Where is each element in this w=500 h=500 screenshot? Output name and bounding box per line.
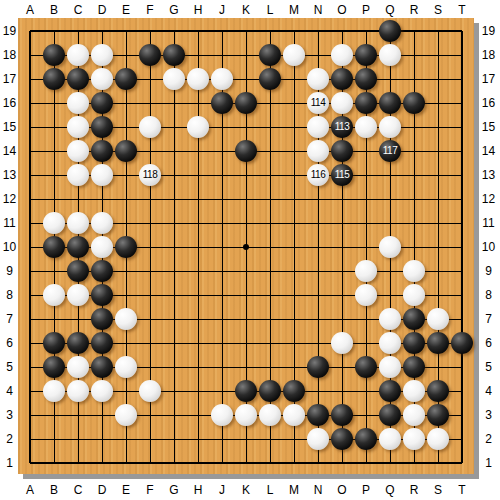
board-point-B4[interactable] [42, 379, 66, 403]
board-point-F12[interactable] [138, 187, 162, 211]
board-point-J14[interactable] [210, 139, 234, 163]
board-point-Q13[interactable] [378, 163, 402, 187]
board-point-L19[interactable] [258, 19, 282, 43]
board-point-M3[interactable] [282, 403, 306, 427]
board-point-J19[interactable] [210, 19, 234, 43]
board-point-L18[interactable] [258, 43, 282, 67]
board-point-F16[interactable] [138, 91, 162, 115]
board-point-D8[interactable] [90, 283, 114, 307]
board-point-E4[interactable] [114, 379, 138, 403]
board-point-P16[interactable] [354, 91, 378, 115]
board-point-C14[interactable] [66, 139, 90, 163]
board-point-T11[interactable] [450, 211, 474, 235]
board-point-G12[interactable] [162, 187, 186, 211]
board-point-G13[interactable] [162, 163, 186, 187]
board-point-B1[interactable] [42, 451, 66, 475]
board-point-T2[interactable] [450, 427, 474, 451]
board-point-E1[interactable] [114, 451, 138, 475]
board-point-N3[interactable] [306, 403, 330, 427]
board-point-S10[interactable] [426, 235, 450, 259]
board-point-O17[interactable] [330, 67, 354, 91]
board-point-E2[interactable] [114, 427, 138, 451]
board-point-B8[interactable] [42, 283, 66, 307]
board-point-H3[interactable] [186, 403, 210, 427]
board-point-N19[interactable] [306, 19, 330, 43]
board-point-N5[interactable] [306, 355, 330, 379]
board-point-P13[interactable] [354, 163, 378, 187]
board-point-D7[interactable] [90, 307, 114, 331]
board-point-E11[interactable] [114, 211, 138, 235]
board-point-G7[interactable] [162, 307, 186, 331]
board-point-Q9[interactable] [378, 259, 402, 283]
board-point-D16[interactable] [90, 91, 114, 115]
board-point-O7[interactable] [330, 307, 354, 331]
board-point-Q7[interactable] [378, 307, 402, 331]
board-point-H9[interactable] [186, 259, 210, 283]
board-point-L8[interactable] [258, 283, 282, 307]
board-point-P7[interactable] [354, 307, 378, 331]
board-point-K11[interactable] [234, 211, 258, 235]
board-point-E12[interactable] [114, 187, 138, 211]
board-point-E3[interactable] [114, 403, 138, 427]
board-point-E16[interactable] [114, 91, 138, 115]
board-point-K13[interactable] [234, 163, 258, 187]
board-point-R9[interactable] [402, 259, 426, 283]
board-point-G14[interactable] [162, 139, 186, 163]
board-point-M7[interactable] [282, 307, 306, 331]
board-point-F1[interactable] [138, 451, 162, 475]
board-point-L10[interactable] [258, 235, 282, 259]
board-point-T19[interactable] [450, 19, 474, 43]
board-point-L6[interactable] [258, 331, 282, 355]
board-point-J9[interactable] [210, 259, 234, 283]
board-point-K14[interactable] [234, 139, 258, 163]
board-point-B7[interactable] [42, 307, 66, 331]
board-point-A11[interactable] [18, 211, 42, 235]
board-point-R3[interactable] [402, 403, 426, 427]
board-point-O3[interactable] [330, 403, 354, 427]
board-point-A2[interactable] [18, 427, 42, 451]
board-point-P8[interactable] [354, 283, 378, 307]
board-point-M16[interactable] [282, 91, 306, 115]
board-point-D4[interactable] [90, 379, 114, 403]
board-point-F3[interactable] [138, 403, 162, 427]
board-point-L11[interactable] [258, 211, 282, 235]
board-point-H17[interactable] [186, 67, 210, 91]
board-point-P19[interactable] [354, 19, 378, 43]
board-point-O13[interactable]: 115 [330, 163, 354, 187]
board-point-N12[interactable] [306, 187, 330, 211]
board-point-T6[interactable] [450, 331, 474, 355]
board-point-S2[interactable] [426, 427, 450, 451]
board-point-E15[interactable] [114, 115, 138, 139]
board-point-A1[interactable] [18, 451, 42, 475]
board-point-M14[interactable] [282, 139, 306, 163]
board-point-H11[interactable] [186, 211, 210, 235]
board-point-J5[interactable] [210, 355, 234, 379]
board-point-E14[interactable] [114, 139, 138, 163]
board-point-O5[interactable] [330, 355, 354, 379]
board-point-T15[interactable] [450, 115, 474, 139]
board-point-S19[interactable] [426, 19, 450, 43]
board-point-G17[interactable] [162, 67, 186, 91]
board-point-N16[interactable]: 114 [306, 91, 330, 115]
board-point-J6[interactable] [210, 331, 234, 355]
board-point-N8[interactable] [306, 283, 330, 307]
board-point-K2[interactable] [234, 427, 258, 451]
board-point-H4[interactable] [186, 379, 210, 403]
board-point-S5[interactable] [426, 355, 450, 379]
board-point-L12[interactable] [258, 187, 282, 211]
board-point-D12[interactable] [90, 187, 114, 211]
board-point-K4[interactable] [234, 379, 258, 403]
board-point-C15[interactable] [66, 115, 90, 139]
board-point-O15[interactable]: 113 [330, 115, 354, 139]
board-point-P18[interactable] [354, 43, 378, 67]
board-point-D15[interactable] [90, 115, 114, 139]
board-point-H16[interactable] [186, 91, 210, 115]
board-point-M1[interactable] [282, 451, 306, 475]
board-point-R11[interactable] [402, 211, 426, 235]
board-point-D17[interactable] [90, 67, 114, 91]
board-point-B10[interactable] [42, 235, 66, 259]
board-point-F17[interactable] [138, 67, 162, 91]
board-point-T12[interactable] [450, 187, 474, 211]
board-point-R14[interactable] [402, 139, 426, 163]
board-point-N15[interactable] [306, 115, 330, 139]
board-point-J3[interactable] [210, 403, 234, 427]
board-point-J4[interactable] [210, 379, 234, 403]
board-point-S9[interactable] [426, 259, 450, 283]
board-point-G2[interactable] [162, 427, 186, 451]
board-point-C19[interactable] [66, 19, 90, 43]
board-point-S11[interactable] [426, 211, 450, 235]
board-point-A10[interactable] [18, 235, 42, 259]
board-point-M5[interactable] [282, 355, 306, 379]
board-point-N18[interactable] [306, 43, 330, 67]
board-point-R12[interactable] [402, 187, 426, 211]
board-point-Q11[interactable] [378, 211, 402, 235]
board-point-F19[interactable] [138, 19, 162, 43]
board-point-O18[interactable] [330, 43, 354, 67]
board-point-C2[interactable] [66, 427, 90, 451]
board-point-Q2[interactable] [378, 427, 402, 451]
board-point-A8[interactable] [18, 283, 42, 307]
board-point-J2[interactable] [210, 427, 234, 451]
board-point-N13[interactable]: 116 [306, 163, 330, 187]
board-point-F9[interactable] [138, 259, 162, 283]
board-point-M13[interactable] [282, 163, 306, 187]
board-point-D14[interactable] [90, 139, 114, 163]
board-point-T16[interactable] [450, 91, 474, 115]
board-point-H13[interactable] [186, 163, 210, 187]
board-point-K19[interactable] [234, 19, 258, 43]
board-point-T10[interactable] [450, 235, 474, 259]
board-point-O14[interactable] [330, 139, 354, 163]
board-point-O9[interactable] [330, 259, 354, 283]
board-point-C17[interactable] [66, 67, 90, 91]
board-point-F6[interactable] [138, 331, 162, 355]
board-point-T8[interactable] [450, 283, 474, 307]
board-point-O8[interactable] [330, 283, 354, 307]
board-point-B18[interactable] [42, 43, 66, 67]
board-point-T17[interactable] [450, 67, 474, 91]
board-point-K5[interactable] [234, 355, 258, 379]
board-point-M19[interactable] [282, 19, 306, 43]
board-point-F8[interactable] [138, 283, 162, 307]
board-point-P14[interactable] [354, 139, 378, 163]
board-point-L5[interactable] [258, 355, 282, 379]
board-point-P2[interactable] [354, 427, 378, 451]
board-point-A9[interactable] [18, 259, 42, 283]
board-point-M18[interactable] [282, 43, 306, 67]
board-point-S16[interactable] [426, 91, 450, 115]
board-point-T7[interactable] [450, 307, 474, 331]
board-point-S13[interactable] [426, 163, 450, 187]
board-point-M6[interactable] [282, 331, 306, 355]
board-point-G3[interactable] [162, 403, 186, 427]
board-point-J13[interactable] [210, 163, 234, 187]
board-point-B15[interactable] [42, 115, 66, 139]
board-point-B13[interactable] [42, 163, 66, 187]
board-point-P15[interactable] [354, 115, 378, 139]
board-point-C10[interactable] [66, 235, 90, 259]
board-point-Q18[interactable] [378, 43, 402, 67]
board-point-R8[interactable] [402, 283, 426, 307]
board-point-T3[interactable] [450, 403, 474, 427]
board-point-F15[interactable] [138, 115, 162, 139]
board-point-R2[interactable] [402, 427, 426, 451]
board-point-R17[interactable] [402, 67, 426, 91]
board-point-Q16[interactable] [378, 91, 402, 115]
board-point-A13[interactable] [18, 163, 42, 187]
board-point-O4[interactable] [330, 379, 354, 403]
board-point-A16[interactable] [18, 91, 42, 115]
board-point-C12[interactable] [66, 187, 90, 211]
board-point-B5[interactable] [42, 355, 66, 379]
board-point-S15[interactable] [426, 115, 450, 139]
board-point-J18[interactable] [210, 43, 234, 67]
board-point-N7[interactable] [306, 307, 330, 331]
board-point-G18[interactable] [162, 43, 186, 67]
board-point-G8[interactable] [162, 283, 186, 307]
board-point-K12[interactable] [234, 187, 258, 211]
board-point-B2[interactable] [42, 427, 66, 451]
board-point-D1[interactable] [90, 451, 114, 475]
board-point-P12[interactable] [354, 187, 378, 211]
board-point-D13[interactable] [90, 163, 114, 187]
board-point-M10[interactable] [282, 235, 306, 259]
board-point-L1[interactable] [258, 451, 282, 475]
board-point-O11[interactable] [330, 211, 354, 235]
board-point-N1[interactable] [306, 451, 330, 475]
board-point-A19[interactable] [18, 19, 42, 43]
board-point-K3[interactable] [234, 403, 258, 427]
board-point-M9[interactable] [282, 259, 306, 283]
board-point-J17[interactable] [210, 67, 234, 91]
board-point-Q19[interactable] [378, 19, 402, 43]
board-point-B12[interactable] [42, 187, 66, 211]
board-point-O10[interactable] [330, 235, 354, 259]
board-point-C11[interactable] [66, 211, 90, 235]
board-point-H5[interactable] [186, 355, 210, 379]
board-point-E19[interactable] [114, 19, 138, 43]
board-point-E5[interactable] [114, 355, 138, 379]
board-point-A14[interactable] [18, 139, 42, 163]
board-point-F7[interactable] [138, 307, 162, 331]
board-point-R16[interactable] [402, 91, 426, 115]
board-point-G16[interactable] [162, 91, 186, 115]
board-point-O12[interactable] [330, 187, 354, 211]
board-point-E10[interactable] [114, 235, 138, 259]
board-point-F13[interactable]: 118 [138, 163, 162, 187]
board-point-P1[interactable] [354, 451, 378, 475]
board-point-J11[interactable] [210, 211, 234, 235]
board-point-H14[interactable] [186, 139, 210, 163]
board-point-A6[interactable] [18, 331, 42, 355]
board-point-O1[interactable] [330, 451, 354, 475]
board-point-H15[interactable] [186, 115, 210, 139]
board-point-B17[interactable] [42, 67, 66, 91]
board-point-R6[interactable] [402, 331, 426, 355]
board-point-E8[interactable] [114, 283, 138, 307]
board-point-L14[interactable] [258, 139, 282, 163]
board-point-S18[interactable] [426, 43, 450, 67]
board-point-C4[interactable] [66, 379, 90, 403]
board-point-K17[interactable] [234, 67, 258, 91]
board-point-H18[interactable] [186, 43, 210, 67]
board-point-A7[interactable] [18, 307, 42, 331]
board-point-O6[interactable] [330, 331, 354, 355]
board-point-Q17[interactable] [378, 67, 402, 91]
board-point-N6[interactable] [306, 331, 330, 355]
board-point-S1[interactable] [426, 451, 450, 475]
board-point-K10[interactable] [234, 235, 258, 259]
board-point-F4[interactable] [138, 379, 162, 403]
board-point-R4[interactable] [402, 379, 426, 403]
board-point-H8[interactable] [186, 283, 210, 307]
board-point-F10[interactable] [138, 235, 162, 259]
board-point-G11[interactable] [162, 211, 186, 235]
board-point-N11[interactable] [306, 211, 330, 235]
board-point-N10[interactable] [306, 235, 330, 259]
board-point-A12[interactable] [18, 187, 42, 211]
board-point-F18[interactable] [138, 43, 162, 67]
board-point-M12[interactable] [282, 187, 306, 211]
board-point-J15[interactable] [210, 115, 234, 139]
board-point-K8[interactable] [234, 283, 258, 307]
board-point-K7[interactable] [234, 307, 258, 331]
board-point-C1[interactable] [66, 451, 90, 475]
board-point-D18[interactable] [90, 43, 114, 67]
board-point-T9[interactable] [450, 259, 474, 283]
board-point-M4[interactable] [282, 379, 306, 403]
board-point-P10[interactable] [354, 235, 378, 259]
board-point-D3[interactable] [90, 403, 114, 427]
board-point-Q10[interactable] [378, 235, 402, 259]
board-point-T13[interactable] [450, 163, 474, 187]
board-point-P6[interactable] [354, 331, 378, 355]
board-point-B11[interactable] [42, 211, 66, 235]
board-point-P4[interactable] [354, 379, 378, 403]
board-point-C18[interactable] [66, 43, 90, 67]
board-point-C6[interactable] [66, 331, 90, 355]
board-point-M15[interactable] [282, 115, 306, 139]
board-point-M8[interactable] [282, 283, 306, 307]
board-point-G9[interactable] [162, 259, 186, 283]
board-point-D10[interactable] [90, 235, 114, 259]
board-point-F14[interactable] [138, 139, 162, 163]
board-point-K15[interactable] [234, 115, 258, 139]
board-point-N2[interactable] [306, 427, 330, 451]
board-point-Q5[interactable] [378, 355, 402, 379]
board-point-F11[interactable] [138, 211, 162, 235]
board-point-F5[interactable] [138, 355, 162, 379]
board-point-P11[interactable] [354, 211, 378, 235]
board-point-Q6[interactable] [378, 331, 402, 355]
board-point-O19[interactable] [330, 19, 354, 43]
board-point-K9[interactable] [234, 259, 258, 283]
board-point-P9[interactable] [354, 259, 378, 283]
board-point-B19[interactable] [42, 19, 66, 43]
board-point-D2[interactable] [90, 427, 114, 451]
board-point-S6[interactable] [426, 331, 450, 355]
board-point-L17[interactable] [258, 67, 282, 91]
board-point-S4[interactable] [426, 379, 450, 403]
board-point-N9[interactable] [306, 259, 330, 283]
board-point-L7[interactable] [258, 307, 282, 331]
board-point-R19[interactable] [402, 19, 426, 43]
board-point-J1[interactable] [210, 451, 234, 475]
board-point-T1[interactable] [450, 451, 474, 475]
board-point-T5[interactable] [450, 355, 474, 379]
board-point-J8[interactable] [210, 283, 234, 307]
board-point-Q8[interactable] [378, 283, 402, 307]
board-point-J12[interactable] [210, 187, 234, 211]
board-point-N17[interactable] [306, 67, 330, 91]
board-point-D9[interactable] [90, 259, 114, 283]
board-point-F2[interactable] [138, 427, 162, 451]
board-point-M11[interactable] [282, 211, 306, 235]
board-point-S3[interactable] [426, 403, 450, 427]
board-point-P3[interactable] [354, 403, 378, 427]
board-point-O2[interactable] [330, 427, 354, 451]
board-point-S7[interactable] [426, 307, 450, 331]
board-point-K6[interactable] [234, 331, 258, 355]
board-point-D19[interactable] [90, 19, 114, 43]
board-point-C16[interactable] [66, 91, 90, 115]
board-point-S14[interactable] [426, 139, 450, 163]
board-point-B9[interactable] [42, 259, 66, 283]
board-point-H12[interactable] [186, 187, 210, 211]
board-point-K1[interactable] [234, 451, 258, 475]
board-point-L13[interactable] [258, 163, 282, 187]
board-point-J16[interactable] [210, 91, 234, 115]
board-point-P17[interactable] [354, 67, 378, 91]
board-point-S8[interactable] [426, 283, 450, 307]
board-point-G10[interactable] [162, 235, 186, 259]
board-point-H10[interactable] [186, 235, 210, 259]
board-point-G19[interactable] [162, 19, 186, 43]
board-point-S17[interactable] [426, 67, 450, 91]
board-point-T18[interactable] [450, 43, 474, 67]
board-point-C5[interactable] [66, 355, 90, 379]
board-point-C7[interactable] [66, 307, 90, 331]
board-point-L16[interactable] [258, 91, 282, 115]
board-point-G15[interactable] [162, 115, 186, 139]
board-point-R15[interactable] [402, 115, 426, 139]
board-point-C13[interactable] [66, 163, 90, 187]
